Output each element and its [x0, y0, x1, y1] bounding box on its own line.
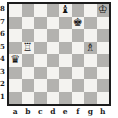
square-e3	[59, 67, 72, 80]
black-king-f7: ♚	[73, 17, 83, 29]
square-g8	[84, 4, 97, 17]
square-h3	[97, 67, 110, 80]
square-e5	[59, 42, 72, 55]
square-h4	[97, 54, 110, 67]
rank-label-4: 4	[0, 53, 7, 66]
square-h1	[97, 92, 110, 105]
square-d1	[47, 92, 60, 105]
square-h5	[97, 42, 110, 55]
square-f5	[72, 42, 85, 55]
file-label-f: f	[72, 106, 85, 117]
square-c6	[34, 29, 47, 42]
square-g5: ♗	[84, 42, 97, 55]
file-label-b: b	[22, 106, 35, 117]
square-d4	[47, 54, 60, 67]
square-c4	[34, 54, 47, 67]
chess-board: ♝♔♚♖♗♛	[7, 2, 111, 106]
square-b4	[22, 54, 35, 67]
square-g2	[84, 79, 97, 92]
square-f2	[72, 79, 85, 92]
square-g4	[84, 54, 97, 67]
square-c8	[34, 4, 47, 17]
file-label-e: e	[59, 106, 72, 117]
file-label-h: h	[97, 106, 110, 117]
square-e4	[59, 54, 72, 67]
square-f7: ♚	[72, 17, 85, 30]
file-label-d: d	[47, 106, 60, 117]
rank-label-7: 7	[0, 16, 7, 29]
square-b8	[22, 4, 35, 17]
square-f4	[72, 54, 85, 67]
file-label-a: a	[9, 106, 22, 117]
square-g3	[84, 67, 97, 80]
rank-label-8: 8	[0, 3, 7, 16]
square-f3	[72, 67, 85, 80]
square-d5	[47, 42, 60, 55]
square-a6	[9, 29, 22, 42]
square-d2	[47, 79, 60, 92]
square-f1	[72, 92, 85, 105]
square-c3	[34, 67, 47, 80]
white-bishop-g5: ♗	[85, 42, 95, 54]
rank-label-2: 2	[0, 78, 7, 91]
white-rook-b5: ♖	[23, 42, 33, 54]
square-b3	[22, 67, 35, 80]
white-king-h8: ♔	[98, 4, 108, 16]
square-b2	[22, 79, 35, 92]
square-e6	[59, 29, 72, 42]
square-a3	[9, 67, 22, 80]
rank-label-5: 5	[0, 41, 7, 54]
file-label-c: c	[34, 106, 47, 117]
square-b7	[22, 17, 35, 30]
square-a5	[9, 42, 22, 55]
square-d8	[47, 4, 60, 17]
chess-board-diagram: ♝♔♚♖♗♛ 87654321 abcdefgh	[0, 0, 118, 118]
square-e1	[59, 92, 72, 105]
square-c1	[34, 92, 47, 105]
square-g6	[84, 29, 97, 42]
square-d6	[47, 29, 60, 42]
square-d7	[47, 17, 60, 30]
square-b5: ♖	[22, 42, 35, 55]
square-h2	[97, 79, 110, 92]
square-b1	[22, 92, 35, 105]
square-a8	[9, 4, 22, 17]
square-d3	[47, 67, 60, 80]
square-e8: ♝	[59, 4, 72, 17]
rank-label-6: 6	[0, 28, 7, 41]
square-h8: ♔	[97, 4, 110, 17]
square-c5	[34, 42, 47, 55]
square-a7	[9, 17, 22, 30]
square-g7	[84, 17, 97, 30]
black-queen-a4: ♛	[10, 54, 20, 66]
square-e7	[59, 17, 72, 30]
square-h6	[97, 29, 110, 42]
square-a4: ♛	[9, 54, 22, 67]
file-label-g: g	[84, 106, 97, 117]
square-g1	[84, 92, 97, 105]
rank-label-3: 3	[0, 66, 7, 79]
square-a2	[9, 79, 22, 92]
square-f6	[72, 29, 85, 42]
square-f8	[72, 4, 85, 17]
square-c7	[34, 17, 47, 30]
rank-label-1: 1	[0, 91, 7, 104]
square-e2	[59, 79, 72, 92]
square-b6	[22, 29, 35, 42]
square-h7	[97, 17, 110, 30]
black-bishop-e8: ♝	[60, 4, 70, 16]
square-c2	[34, 79, 47, 92]
square-a1	[9, 92, 22, 105]
